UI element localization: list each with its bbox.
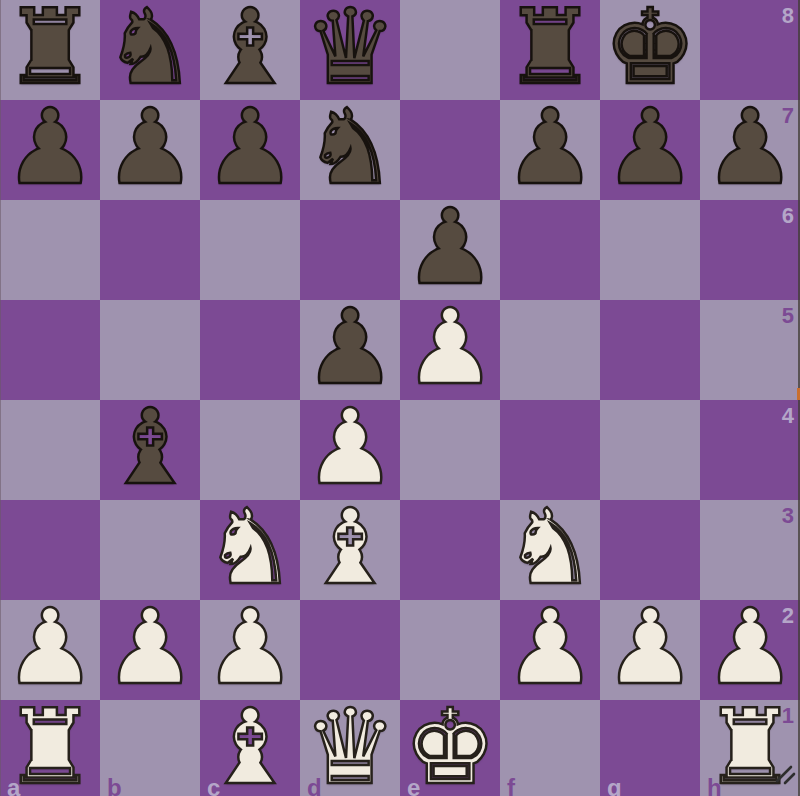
square-f1[interactable]: f: [500, 700, 600, 796]
square-a5[interactable]: [0, 300, 100, 400]
piece-black-bishop[interactable]: ♝: [103, 397, 196, 497]
square-d2[interactable]: [300, 600, 400, 700]
chess-board[interactable]: ♜♞♝♛♜♚8♟♟♟♞♟♟♟7♟6♟♟5♝♟4♞♝♞3♟♟♟♟♟♟2♜ab♝c♛…: [0, 0, 800, 796]
square-g6[interactable]: [600, 200, 700, 300]
file-label-c: c: [207, 774, 220, 796]
square-e2[interactable]: [400, 600, 500, 700]
square-c4[interactable]: [200, 400, 300, 500]
square-h4[interactable]: 4: [700, 400, 800, 500]
rank-label-4: 4: [782, 403, 794, 429]
left-window-edge: [0, 0, 1, 796]
square-d1[interactable]: ♛d: [300, 700, 400, 796]
square-f8[interactable]: ♜: [500, 0, 600, 100]
square-f7[interactable]: ♟: [500, 100, 600, 200]
square-b8[interactable]: ♞: [100, 0, 200, 100]
square-c8[interactable]: ♝: [200, 0, 300, 100]
square-h8[interactable]: 8: [700, 0, 800, 100]
square-a4[interactable]: [0, 400, 100, 500]
piece-black-knight[interactable]: ♞: [103, 0, 196, 97]
rank-label-2: 2: [782, 603, 794, 629]
square-c5[interactable]: [200, 300, 300, 400]
square-b2[interactable]: ♟: [100, 600, 200, 700]
square-h3[interactable]: 3: [700, 500, 800, 600]
square-a1[interactable]: ♜a: [0, 700, 100, 796]
square-g8[interactable]: ♚: [600, 0, 700, 100]
rank-label-5: 5: [782, 303, 794, 329]
chess-app-window: ♜♞♝♛♜♚8♟♟♟♞♟♟♟7♟6♟♟5♝♟4♞♝♞3♟♟♟♟♟♟2♜ab♝c♛…: [0, 0, 800, 796]
piece-black-knight[interactable]: ♞: [303, 97, 396, 197]
square-a2[interactable]: ♟: [0, 600, 100, 700]
square-g5[interactable]: [600, 300, 700, 400]
square-d5[interactable]: ♟: [300, 300, 400, 400]
piece-white-pawn[interactable]: ♟: [303, 397, 396, 497]
rank-label-3: 3: [782, 503, 794, 529]
square-d3[interactable]: ♝: [300, 500, 400, 600]
square-c3[interactable]: ♞: [200, 500, 300, 600]
square-c6[interactable]: [200, 200, 300, 300]
square-d6[interactable]: [300, 200, 400, 300]
square-c1[interactable]: ♝c: [200, 700, 300, 796]
square-c2[interactable]: ♟: [200, 600, 300, 700]
file-label-a: a: [7, 774, 20, 796]
piece-white-bishop[interactable]: ♝: [303, 497, 396, 597]
square-f6[interactable]: [500, 200, 600, 300]
rank-label-7: 7: [782, 103, 794, 129]
square-f5[interactable]: [500, 300, 600, 400]
square-g3[interactable]: [600, 500, 700, 600]
file-label-e: e: [407, 774, 420, 796]
piece-black-pawn[interactable]: ♟: [303, 297, 396, 397]
square-e3[interactable]: [400, 500, 500, 600]
square-e6[interactable]: ♟: [400, 200, 500, 300]
piece-black-pawn[interactable]: ♟: [103, 97, 196, 197]
piece-white-pawn[interactable]: ♟: [503, 597, 596, 697]
piece-black-pawn[interactable]: ♟: [203, 97, 296, 197]
square-f4[interactable]: [500, 400, 600, 500]
square-d4[interactable]: ♟: [300, 400, 400, 500]
piece-white-knight[interactable]: ♞: [503, 497, 596, 597]
piece-white-knight[interactable]: ♞: [203, 497, 296, 597]
square-c7[interactable]: ♟: [200, 100, 300, 200]
square-g2[interactable]: ♟: [600, 600, 700, 700]
piece-white-pawn[interactable]: ♟: [603, 597, 696, 697]
square-g7[interactable]: ♟: [600, 100, 700, 200]
piece-black-pawn[interactable]: ♟: [403, 197, 496, 297]
rank-label-6: 6: [782, 203, 794, 229]
square-d7[interactable]: ♞: [300, 100, 400, 200]
square-b5[interactable]: [100, 300, 200, 400]
square-e8[interactable]: [400, 0, 500, 100]
piece-white-pawn[interactable]: ♟: [203, 597, 296, 697]
piece-black-king[interactable]: ♚: [603, 0, 696, 97]
file-label-h: h: [707, 774, 722, 796]
piece-black-bishop[interactable]: ♝: [203, 0, 296, 97]
resize-grip-icon[interactable]: [772, 760, 798, 788]
piece-white-pawn[interactable]: ♟: [103, 597, 196, 697]
square-a6[interactable]: [0, 200, 100, 300]
rank-label-1: 1: [782, 703, 794, 729]
file-label-d: d: [307, 774, 322, 796]
square-h7[interactable]: ♟7: [700, 100, 800, 200]
square-f2[interactable]: ♟: [500, 600, 600, 700]
piece-white-pawn[interactable]: ♟: [403, 297, 496, 397]
square-b3[interactable]: [100, 500, 200, 600]
piece-black-pawn[interactable]: ♟: [3, 97, 96, 197]
square-b6[interactable]: [100, 200, 200, 300]
piece-black-pawn[interactable]: ♟: [503, 97, 596, 197]
piece-black-rook[interactable]: ♜: [503, 0, 596, 97]
square-e5[interactable]: ♟: [400, 300, 500, 400]
square-h5[interactable]: 5: [700, 300, 800, 400]
piece-black-pawn[interactable]: ♟: [603, 97, 696, 197]
file-label-b: b: [107, 774, 122, 796]
square-a8[interactable]: ♜: [0, 0, 100, 100]
square-e7[interactable]: [400, 100, 500, 200]
square-b7[interactable]: ♟: [100, 100, 200, 200]
square-b1[interactable]: b: [100, 700, 200, 796]
piece-black-rook[interactable]: ♜: [3, 0, 96, 97]
square-e4[interactable]: [400, 400, 500, 500]
file-label-f: f: [507, 774, 515, 796]
rank-label-8: 8: [782, 3, 794, 29]
square-g4[interactable]: [600, 400, 700, 500]
square-a3[interactable]: [0, 500, 100, 600]
piece-black-queen[interactable]: ♛: [303, 0, 396, 97]
square-a7[interactable]: ♟: [0, 100, 100, 200]
square-f3[interactable]: ♞: [500, 500, 600, 600]
square-d8[interactable]: ♛: [300, 0, 400, 100]
file-label-g: g: [607, 774, 622, 796]
square-g1[interactable]: g: [600, 700, 700, 796]
square-e1[interactable]: ♚e: [400, 700, 500, 796]
square-h2[interactable]: ♟2: [700, 600, 800, 700]
piece-white-pawn[interactable]: ♟: [3, 597, 96, 697]
square-h6[interactable]: 6: [700, 200, 800, 300]
square-b4[interactable]: ♝: [100, 400, 200, 500]
